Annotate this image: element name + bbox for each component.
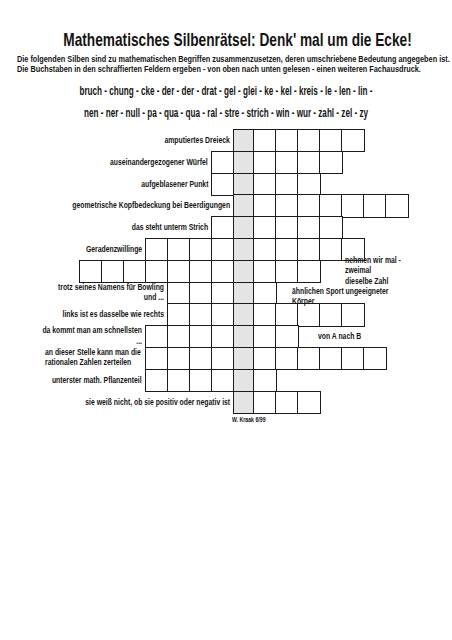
shaded-letter-cell[interactable]	[233, 216, 255, 239]
letter-cell[interactable]	[253, 260, 277, 283]
letter-cell[interactable]	[253, 391, 277, 414]
letter-cell[interactable]	[253, 238, 277, 261]
clue-left-row-4: geometrische Kopfbedeckung bei Beerdigun…	[72, 200, 230, 211]
letter-cell[interactable]	[275, 194, 299, 217]
credit: W. Kraak 6/99	[232, 416, 266, 423]
letter-cell[interactable]	[189, 347, 213, 370]
letter-cell[interactable]	[341, 194, 365, 217]
shaded-letter-cell[interactable]	[233, 129, 255, 152]
letter-cell[interactable]	[211, 303, 235, 326]
letter-cell[interactable]	[319, 151, 343, 174]
letter-cell[interactable]	[123, 260, 147, 283]
letter-cell[interactable]	[253, 347, 277, 370]
syllable-list: bruch - chung - cke - der - der - drat -…	[79, 81, 373, 124]
clue-left-row-11: an dieser Stelle kann man die rationalen…	[45, 347, 141, 368]
letter-cell[interactable]	[275, 325, 299, 348]
letter-cell[interactable]	[275, 151, 299, 174]
letter-cell[interactable]	[167, 325, 191, 348]
intro-text: Die folgenden Silben sind zu mathematisc…	[17, 55, 452, 75]
clue-left-row-9: links ist es dasselbe wie rechts	[62, 309, 164, 320]
letter-cell[interactable]	[385, 194, 409, 217]
letter-cell[interactable]	[167, 303, 191, 326]
puzzle-page: Mathematisches Silbenrätsel: Denk' mal u…	[0, 0, 452, 640]
letter-cell[interactable]	[297, 173, 321, 196]
clue-right-row-10: von A nach B	[318, 331, 361, 342]
letter-cell[interactable]	[253, 173, 277, 196]
clue-right-row-7: nehmen wir mal - zweimal dieselbe Zahl	[345, 255, 422, 287]
letter-cell[interactable]	[275, 216, 299, 239]
clue-left-row-1: amputiertes Dreieck	[165, 135, 230, 146]
letter-cell[interactable]	[167, 369, 191, 392]
letter-cell[interactable]	[319, 129, 343, 152]
letter-cell[interactable]	[341, 347, 365, 370]
shaded-letter-cell[interactable]	[233, 194, 255, 217]
letter-cell[interactable]	[167, 260, 191, 283]
clue-left-row-12: unterster math. Pflanzenteil	[52, 374, 142, 385]
letter-cell[interactable]	[167, 282, 191, 305]
letter-cell[interactable]	[145, 347, 169, 370]
letter-cell[interactable]	[253, 216, 277, 239]
shaded-letter-cell[interactable]	[233, 173, 255, 196]
letter-cell[interactable]	[297, 238, 321, 261]
letter-cell[interactable]	[167, 347, 191, 370]
letter-cell[interactable]	[211, 369, 235, 392]
shaded-letter-cell[interactable]	[233, 325, 255, 348]
letter-cell[interactable]	[145, 325, 169, 348]
letter-cell[interactable]	[79, 260, 103, 283]
letter-cell[interactable]	[189, 369, 213, 392]
letter-cell[interactable]	[341, 129, 365, 152]
letter-cell[interactable]	[275, 391, 299, 414]
letter-cell[interactable]	[297, 129, 321, 152]
shaded-letter-cell[interactable]	[233, 369, 255, 392]
letter-cell[interactable]	[145, 238, 169, 261]
shaded-letter-cell[interactable]	[233, 391, 255, 414]
letter-cell[interactable]	[211, 238, 235, 261]
letter-cell[interactable]	[297, 151, 321, 174]
letter-cell[interactable]	[253, 151, 277, 174]
letter-cell[interactable]	[363, 347, 387, 370]
letter-cell[interactable]	[253, 325, 277, 348]
letter-cell[interactable]	[145, 369, 169, 392]
letter-cell[interactable]	[275, 173, 299, 196]
letter-cell[interactable]	[253, 303, 277, 326]
letter-cell[interactable]	[211, 260, 235, 283]
shaded-letter-cell[interactable]	[233, 260, 255, 283]
letter-cell[interactable]	[211, 325, 235, 348]
letter-cell[interactable]	[211, 347, 235, 370]
syllable-line-2: nen - ner - null - pa - qua - qua - ral …	[79, 103, 373, 125]
letter-cell[interactable]	[297, 260, 321, 283]
letter-cell[interactable]	[297, 194, 321, 217]
clue-left-row-5: das steht unterm Strich	[132, 222, 208, 233]
letter-cell[interactable]	[189, 260, 213, 283]
shaded-letter-cell[interactable]	[233, 151, 255, 174]
letter-cell[interactable]	[297, 347, 321, 370]
letter-cell[interactable]	[253, 194, 277, 217]
letter-cell[interactable]	[167, 238, 191, 261]
letter-cell[interactable]	[319, 194, 343, 217]
letter-cell[interactable]	[363, 194, 387, 217]
clue-left-row-2: auseinandergezogener Würfel	[110, 156, 208, 167]
shaded-letter-cell[interactable]	[233, 282, 255, 305]
letter-cell[interactable]	[211, 216, 235, 239]
letter-cell[interactable]	[319, 238, 343, 261]
letter-cell[interactable]	[189, 325, 213, 348]
page-title: Mathematisches Silbenrätsel: Denk' mal u…	[63, 28, 388, 52]
letter-cell[interactable]	[275, 238, 299, 261]
clue-left-row-3: aufgeblasener Punkt	[141, 178, 208, 189]
letter-cell[interactable]	[189, 282, 213, 305]
shaded-letter-cell[interactable]	[233, 238, 255, 261]
letter-cell[interactable]	[275, 129, 299, 152]
letter-cell[interactable]	[275, 260, 299, 283]
letter-cell[interactable]	[145, 260, 169, 283]
letter-cell[interactable]	[189, 238, 213, 261]
intro-line-2: Die Buchstaben in den schraffierten Feld…	[17, 65, 452, 75]
letter-cell[interactable]	[101, 260, 125, 283]
letter-cell[interactable]	[211, 173, 235, 196]
letter-cell[interactable]	[297, 216, 321, 239]
shaded-letter-cell[interactable]	[233, 347, 255, 370]
letter-cell[interactable]	[319, 216, 343, 239]
clue-left-row-10: da kommt man am schnellsten ...	[40, 326, 142, 347]
clue-left-row-6: Geradenzwillinge	[86, 244, 142, 255]
clue-right-row-8: ähnlichen Sport ungeeigneter Körper	[292, 286, 407, 307]
syllable-line-1: bruch - chung - cke - der - der - drat -…	[79, 81, 373, 103]
letter-cell[interactable]	[253, 282, 277, 305]
letter-cell[interactable]	[211, 282, 235, 305]
letter-cell[interactable]	[253, 369, 277, 392]
clue-left-row-13: sie weiß nicht, ob sie positiv oder nega…	[85, 396, 230, 407]
clue-left-row-8: trotz seines Namens für Bowling und ...	[46, 282, 164, 303]
letter-cell[interactable]	[189, 303, 213, 326]
letter-cell[interactable]	[253, 129, 277, 152]
letter-cell[interactable]	[211, 151, 235, 174]
letter-cell[interactable]	[319, 347, 343, 370]
letter-cell[interactable]	[297, 391, 321, 414]
shaded-letter-cell[interactable]	[233, 303, 255, 326]
letter-cell[interactable]	[275, 347, 299, 370]
